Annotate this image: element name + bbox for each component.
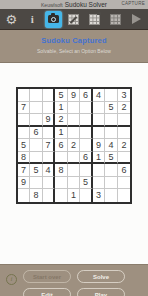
sudoku-cell-r7c9[interactable]: 6 — [118, 164, 131, 177]
sudoku-cell-r9c6[interactable] — [80, 189, 93, 202]
start-over-button[interactable]: Start over — [23, 270, 71, 283]
sudoku-cell-r4c4[interactable]: 1 — [55, 127, 68, 140]
sudoku-cell-r4c8[interactable] — [105, 127, 118, 140]
sudoku-cell-r6c2[interactable] — [30, 152, 43, 165]
status-title: Sudoku Captured — [0, 36, 148, 45]
sudoku-cell-r4c3[interactable] — [43, 127, 56, 140]
sudoku-cell-r5c1[interactable]: 5 — [18, 139, 31, 152]
solve-button[interactable]: Solve — [77, 270, 125, 283]
sudoku-cell-r5c2[interactable] — [30, 139, 43, 152]
sudoku-cell-r9c9[interactable] — [118, 189, 131, 202]
sudoku-cell-r2c7[interactable] — [93, 102, 106, 115]
sudoku-board: 5964371529261576294286157548695813 — [16, 87, 133, 204]
toolbar: ⚙ i — [0, 9, 148, 30]
sudoku-cell-r2c6[interactable] — [80, 102, 93, 115]
sudoku-cell-r8c4[interactable] — [55, 177, 68, 190]
sudoku-cell-r3c6[interactable] — [80, 114, 93, 127]
app-title: Sudoku Solver — [65, 1, 107, 8]
sudoku-cell-r3c8[interactable] — [105, 114, 118, 127]
grid-edit-button[interactable] — [65, 11, 82, 28]
sudoku-cell-r6c8[interactable]: 5 — [105, 152, 118, 165]
sudoku-cell-r1c6[interactable]: 6 — [80, 89, 93, 102]
sudoku-cell-r3c7[interactable] — [93, 114, 106, 127]
sudoku-cell-r4c6[interactable] — [80, 127, 93, 140]
sudoku-cell-r4c9[interactable] — [118, 127, 131, 140]
sudoku-cell-r6c3[interactable] — [43, 152, 56, 165]
sudoku-cell-r1c9[interactable]: 3 — [118, 89, 131, 102]
sudoku-cell-r1c7[interactable]: 4 — [93, 89, 106, 102]
sudoku-cell-r8c8[interactable] — [105, 177, 118, 190]
sudoku-cell-r5c6[interactable] — [80, 139, 93, 152]
grid-pencil-icon — [68, 14, 79, 25]
sudoku-cell-r3c2[interactable] — [30, 114, 43, 127]
info-button[interactable]: i — [24, 11, 41, 28]
sudoku-cell-r7c2[interactable]: 5 — [30, 164, 43, 177]
sudoku-cell-r7c3[interactable]: 4 — [43, 164, 56, 177]
sudoku-cell-r9c4[interactable] — [55, 189, 68, 202]
camera-capture-button[interactable] — [45, 11, 62, 28]
capture-mode-label: CAPTURE — [121, 1, 145, 6]
sudoku-cell-r4c1[interactable] — [18, 127, 31, 140]
sudoku-cell-r6c1[interactable]: 8 — [18, 152, 31, 165]
sudoku-cell-r3c5[interactable] — [68, 114, 81, 127]
sudoku-cell-r9c3[interactable] — [43, 189, 56, 202]
sudoku-cell-r5c5[interactable]: 2 — [68, 139, 81, 152]
sudoku-cell-r9c2[interactable]: 8 — [30, 189, 43, 202]
sudoku-cell-r7c6[interactable] — [80, 164, 93, 177]
sudoku-cell-r9c1[interactable] — [18, 189, 31, 202]
status-panel: Sudoku Captured Solvable, Select an Opti… — [0, 30, 148, 63]
grid-icon — [110, 14, 121, 25]
sudoku-cell-r7c7[interactable] — [93, 164, 106, 177]
sudoku-cell-r7c8[interactable] — [105, 164, 118, 177]
sudoku-cell-r2c8[interactable]: 5 — [105, 102, 118, 115]
status-subtitle: Solvable, Select an Option Below — [0, 48, 148, 54]
sudoku-cell-r1c8[interactable] — [105, 89, 118, 102]
sudoku-cell-r6c6[interactable]: 6 — [80, 152, 93, 165]
sudoku-cell-r8c3[interactable] — [43, 177, 56, 190]
grid-button[interactable] — [107, 11, 124, 28]
play-button[interactable]: Play — [77, 288, 125, 296]
grid-flag-button[interactable] — [86, 11, 103, 28]
sudoku-cell-r8c7[interactable] — [93, 177, 106, 190]
action-panel: i Start over Solve Edit Play — [0, 264, 148, 296]
sudoku-cell-r8c2[interactable] — [30, 177, 43, 190]
settings-gear-icon: ⚙ — [6, 13, 18, 26]
sudoku-cell-r7c5[interactable] — [68, 164, 81, 177]
sudoku-cell-r5c8[interactable]: 4 — [105, 139, 118, 152]
info-circle-icon[interactable]: i — [6, 274, 17, 285]
sudoku-cell-r9c8[interactable] — [105, 189, 118, 202]
sudoku-cell-r6c4[interactable] — [55, 152, 68, 165]
info-icon: i — [31, 14, 34, 25]
sudoku-cell-r4c5[interactable] — [68, 127, 81, 140]
sudoku-cell-r6c9[interactable] — [118, 152, 131, 165]
sudoku-cell-r2c2[interactable] — [30, 102, 43, 115]
action-buttons: Start over Solve Edit Play — [23, 270, 125, 296]
sudoku-cell-r8c5[interactable] — [68, 177, 81, 190]
sudoku-cell-r1c4[interactable]: 5 — [55, 89, 68, 102]
settings-button[interactable]: ⚙ — [3, 11, 20, 28]
grid-flag-icon — [89, 14, 100, 25]
sudoku-cell-r3c1[interactable] — [18, 114, 31, 127]
sudoku-cell-r3c3[interactable]: 9 — [43, 114, 56, 127]
play-solver-button[interactable] — [128, 11, 145, 28]
sudoku-solver-app: Keuwlsoft Sudoku Solver CAPTURE ⚙ i Sudo… — [0, 0, 148, 296]
sudoku-cell-r6c5[interactable] — [68, 152, 81, 165]
sudoku-cell-r1c1[interactable] — [18, 89, 31, 102]
sudoku-cell-r7c1[interactable]: 7 — [18, 164, 31, 177]
sudoku-cell-r4c2[interactable]: 6 — [30, 127, 43, 140]
sudoku-cell-r9c5[interactable]: 1 — [68, 189, 81, 202]
sudoku-cell-r2c5[interactable] — [68, 102, 81, 115]
sudoku-cell-r3c9[interactable] — [118, 114, 131, 127]
brand-label: Keuwlsoft — [41, 2, 63, 8]
sudoku-cell-r2c3[interactable] — [43, 102, 56, 115]
edit-button[interactable]: Edit — [23, 288, 71, 296]
sudoku-cell-r4c7[interactable] — [93, 127, 106, 140]
play-icon — [132, 14, 141, 24]
camera-icon — [48, 15, 59, 23]
sudoku-cell-r5c9[interactable]: 2 — [118, 139, 131, 152]
sudoku-cell-r6c7[interactable]: 1 — [93, 152, 106, 165]
app-titlebar: Keuwlsoft Sudoku Solver CAPTURE — [0, 0, 148, 9]
sudoku-cell-r8c9[interactable] — [118, 177, 131, 190]
sudoku-cell-r5c3[interactable]: 7 — [43, 139, 56, 152]
sudoku-cell-r1c2[interactable] — [30, 89, 43, 102]
sudoku-cell-r8c6[interactable]: 5 — [80, 177, 93, 190]
sudoku-cell-r2c9[interactable]: 2 — [118, 102, 131, 115]
sudoku-cell-r5c7[interactable]: 9 — [93, 139, 106, 152]
sudoku-cell-r9c7[interactable]: 3 — [93, 189, 106, 202]
sudoku-cell-r2c4[interactable]: 1 — [55, 102, 68, 115]
sudoku-cell-r5c4[interactable]: 6 — [55, 139, 68, 152]
sudoku-cell-r1c5[interactable]: 9 — [68, 89, 81, 102]
sudoku-cell-r7c4[interactable]: 8 — [55, 164, 68, 177]
board-area: 5964371529261576294286157548695813 — [0, 87, 148, 264]
sudoku-cell-r1c3[interactable] — [43, 89, 56, 102]
sudoku-cell-r8c1[interactable]: 9 — [18, 177, 31, 190]
sudoku-cell-r3c4[interactable]: 2 — [55, 114, 68, 127]
sudoku-cell-r2c1[interactable]: 7 — [18, 102, 31, 115]
